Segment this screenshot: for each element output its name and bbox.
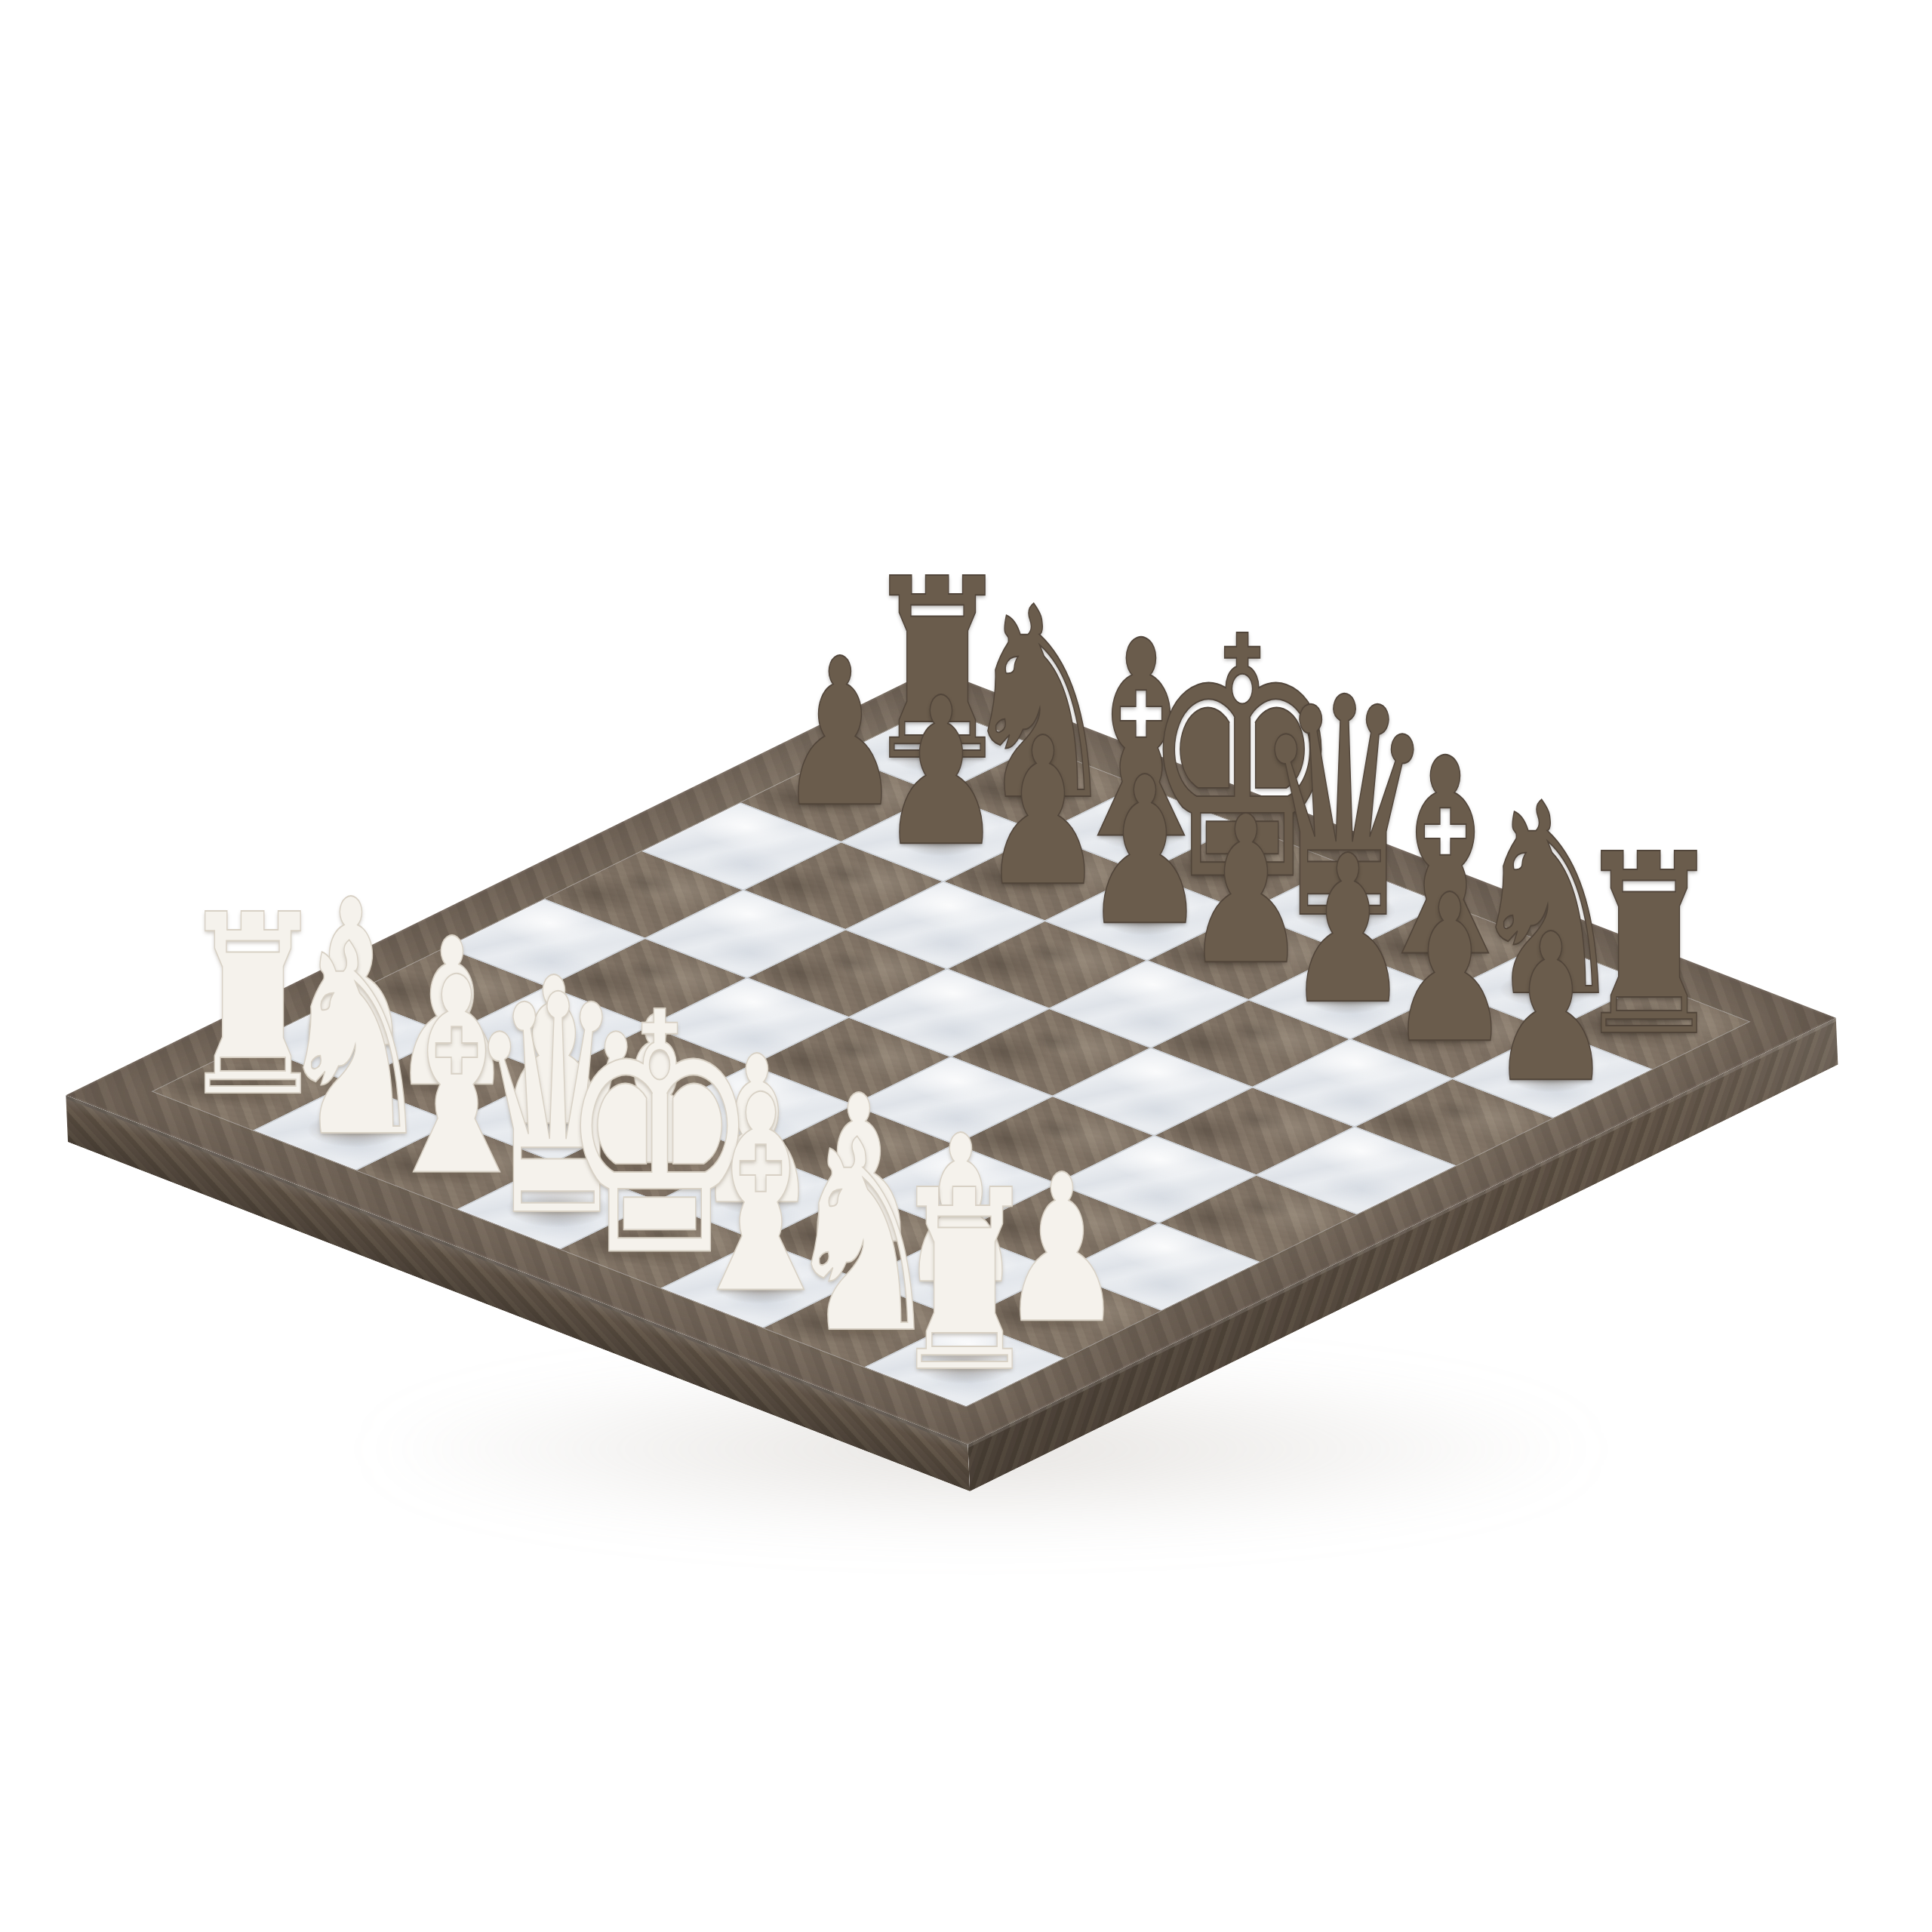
piece-white-rook[interactable]: ♜ xyxy=(888,1158,1040,1407)
product-photo: ♜♞♟♝♟♚♟♛♟♝♟♞♟♜♟♟♟♟♜♟♞♟♝♟♛♟♚♟♝♟♞♜ xyxy=(0,0,1932,1932)
pieces-layer: ♜♞♟♝♟♚♟♛♟♝♟♞♟♜♟♟♟♟♜♟♞♟♝♟♛♟♚♟♝♟♞♜ xyxy=(0,0,1932,1932)
piece-grey-pawn[interactable]: ♟ xyxy=(1489,907,1614,1111)
